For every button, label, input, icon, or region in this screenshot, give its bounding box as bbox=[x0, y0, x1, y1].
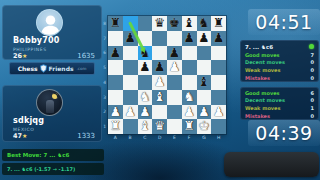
stat-value: 1 bbox=[311, 105, 314, 111]
square-b6[interactable] bbox=[123, 46, 138, 61]
best-move-banner: Best Move: 7 ... ♞c6 bbox=[2, 149, 104, 161]
square-e5[interactable]: ♟ bbox=[167, 60, 182, 75]
stat-row-good: Good moves7 bbox=[241, 51, 318, 59]
move-eval-banner: 7. ... ♞c6 (-1.57 → -1.17) bbox=[2, 163, 104, 175]
piece-white-pawn[interactable]: ♟ bbox=[139, 105, 150, 118]
file-labels: ABCDEFGH bbox=[108, 135, 226, 140]
person-icon bbox=[37, 10, 63, 36]
moon-icon bbox=[52, 93, 58, 99]
piece-black-pawn[interactable]: ♟ bbox=[139, 61, 150, 74]
logo-suffix: .com bbox=[77, 66, 87, 71]
stat-label: Decent moves bbox=[245, 59, 285, 65]
square-g1[interactable]: ♚ bbox=[197, 119, 212, 134]
square-h7[interactable]: ♟ bbox=[211, 31, 226, 46]
rank-labels: 87654321 bbox=[98, 16, 106, 134]
file-label-g: G bbox=[197, 135, 212, 140]
piece-black-knight[interactable]: ♞ bbox=[198, 17, 209, 30]
move-eval-text: 7. ... ♞c6 (-1.57 → -1.17) bbox=[7, 166, 75, 172]
rank-label-8: 8 bbox=[98, 16, 106, 31]
square-a6[interactable]: ♟ bbox=[108, 46, 123, 61]
square-e3[interactable] bbox=[167, 90, 182, 105]
stat-value: 0 bbox=[311, 113, 314, 119]
piece-black-pawn[interactable]: ♟ bbox=[198, 31, 209, 44]
bottom-right-banner bbox=[224, 152, 319, 177]
stat-value: 0 bbox=[311, 97, 314, 103]
avatar-bottom[interactable] bbox=[36, 89, 63, 116]
stat-row-decent: Decent moves0 bbox=[241, 59, 318, 67]
piece-white-bishop[interactable]: ♝ bbox=[139, 120, 150, 133]
stat-label: Good moves bbox=[245, 90, 280, 96]
stat-label: Good moves bbox=[245, 52, 280, 58]
rank-label-7: 7 bbox=[98, 31, 106, 46]
player-card-bottom[interactable]: sdkjqg MEXICO 47★ 1333 bbox=[2, 85, 102, 142]
square-g7[interactable]: ♟ bbox=[197, 31, 212, 46]
square-d1[interactable]: ♛ bbox=[152, 119, 167, 134]
file-label-d: D bbox=[152, 135, 167, 140]
stat-label: Weak moves bbox=[245, 67, 280, 73]
piece-black-pawn[interactable]: ♟ bbox=[110, 46, 121, 59]
brand-logo[interactable]: Chess Friends .com bbox=[9, 62, 95, 75]
square-a4[interactable] bbox=[108, 75, 123, 90]
rank-label-3: 3 bbox=[98, 90, 106, 105]
square-f6[interactable] bbox=[182, 46, 197, 61]
square-e1[interactable] bbox=[167, 119, 182, 134]
stat-label: Decent moves bbox=[245, 97, 285, 103]
stat-row-mistake: Mistakes0 bbox=[241, 112, 318, 120]
square-b7[interactable]: ♟ bbox=[123, 31, 138, 46]
file-label-b: B bbox=[123, 135, 138, 140]
stat-label: Mistakes bbox=[245, 75, 270, 81]
piece-black-pawn[interactable]: ♟ bbox=[125, 31, 136, 44]
piece-black-rook[interactable]: ♜ bbox=[110, 17, 121, 30]
piece-black-knight[interactable]: ♞ bbox=[139, 46, 150, 59]
piece-white-queen[interactable]: ♛ bbox=[154, 120, 165, 133]
stat-value: 7 bbox=[311, 52, 314, 58]
star-icon: ★ bbox=[22, 52, 27, 59]
piece-white-rook[interactable]: ♜ bbox=[110, 120, 121, 133]
piece-black-rook[interactable]: ♜ bbox=[213, 17, 224, 30]
piece-white-pawn[interactable]: ♟ bbox=[110, 105, 121, 118]
piece-white-pawn[interactable]: ♟ bbox=[125, 105, 136, 118]
player-card-top[interactable]: Bobby700 PHILIPPINES 26★ 1635 bbox=[2, 5, 102, 60]
rank-label-2: 2 bbox=[98, 105, 106, 120]
piece-white-pawn[interactable]: ♟ bbox=[198, 105, 209, 118]
square-d3[interactable]: ♝ bbox=[152, 90, 167, 105]
file-label-h: H bbox=[211, 135, 226, 140]
medal-count-bottom: 47★ bbox=[13, 132, 27, 140]
square-e2[interactable] bbox=[167, 105, 182, 120]
square-b4[interactable] bbox=[123, 75, 138, 90]
piece-white-knight[interactable]: ♞ bbox=[139, 90, 150, 103]
player-stats-bottom: 47★ 1333 bbox=[13, 132, 95, 140]
avatar-figure bbox=[46, 100, 54, 113]
square-h1[interactable] bbox=[211, 119, 226, 134]
piece-black-pawn[interactable]: ♟ bbox=[154, 61, 165, 74]
medal-count-top: 26★ bbox=[13, 52, 27, 60]
chess-board[interactable]: ♜♛♚♝♞♜♟♟♟♟♟♞♟♟♟♟♟♝♞♝♞♟♟♟♟♟♟♜♝♛♜♚ bbox=[108, 16, 226, 134]
square-d7[interactable] bbox=[152, 31, 167, 46]
piece-white-pawn[interactable]: ♟ bbox=[169, 61, 180, 74]
square-h5[interactable] bbox=[211, 60, 226, 75]
square-h4[interactable] bbox=[211, 75, 226, 90]
avatar-top[interactable] bbox=[36, 9, 63, 36]
piece-white-pawn[interactable]: ♟ bbox=[154, 76, 165, 89]
stat-row-good: Good moves6 bbox=[241, 89, 318, 97]
square-b5[interactable] bbox=[123, 60, 138, 75]
square-f5[interactable] bbox=[182, 60, 197, 75]
last-move-label: 7. ... ♞c6 bbox=[245, 44, 273, 50]
square-h2[interactable]: ♟ bbox=[211, 105, 226, 120]
piece-black-bishop[interactable]: ♝ bbox=[198, 76, 209, 89]
stat-value: 0 bbox=[311, 75, 314, 81]
stat-row-weak: Weak moves0 bbox=[241, 66, 318, 74]
square-g4[interactable]: ♝ bbox=[197, 75, 212, 90]
file-label-a: A bbox=[108, 135, 123, 140]
stat-row-weak: Weak moves1 bbox=[241, 104, 318, 112]
piece-black-bishop[interactable]: ♝ bbox=[184, 17, 195, 30]
analysis-panel-bottom: Good moves6Decent moves0Weak moves1Mista… bbox=[240, 87, 319, 120]
piece-black-pawn[interactable]: ♟ bbox=[169, 46, 180, 59]
file-label-e: E bbox=[167, 135, 182, 140]
piece-white-pawn[interactable]: ♟ bbox=[184, 105, 195, 118]
square-e8[interactable]: ♚ bbox=[167, 16, 182, 31]
square-a8[interactable]: ♜ bbox=[108, 16, 123, 31]
square-a1[interactable]: ♜ bbox=[108, 119, 123, 134]
rank-label-4: 4 bbox=[98, 75, 106, 90]
logo-text-left: Chess bbox=[18, 65, 38, 72]
clock-top: 04:51 bbox=[248, 9, 320, 35]
player-rating-bottom: 1333 bbox=[77, 132, 95, 140]
stat-label: Mistakes bbox=[245, 113, 270, 119]
last-move-header: 7. ... ♞c6 bbox=[241, 42, 318, 51]
rank-label-5: 5 bbox=[98, 60, 106, 75]
rank-label-1: 1 bbox=[98, 119, 106, 134]
stat-value: 0 bbox=[311, 59, 314, 65]
piece-black-king[interactable]: ♚ bbox=[169, 17, 180, 30]
piece-white-pawn[interactable]: ♟ bbox=[213, 105, 224, 118]
file-label-f: F bbox=[182, 135, 197, 140]
good-move-dot bbox=[309, 44, 314, 49]
square-c5[interactable]: ♟ bbox=[138, 60, 153, 75]
square-g6[interactable] bbox=[197, 46, 212, 61]
piece-black-pawn[interactable]: ♟ bbox=[213, 31, 224, 44]
square-a5[interactable] bbox=[108, 60, 123, 75]
best-move-text: Best Move: 7 ... ♞c6 bbox=[7, 152, 69, 158]
player-rating-top: 1635 bbox=[77, 52, 95, 60]
piece-white-knight[interactable]: ♞ bbox=[184, 90, 195, 103]
analysis-panel-top: 7. ... ♞c6 Good moves7Decent moves0Weak … bbox=[240, 40, 319, 82]
player-stats-top: 26★ 1635 bbox=[13, 52, 95, 60]
piece-white-rook[interactable]: ♜ bbox=[184, 120, 195, 133]
square-e4[interactable] bbox=[167, 75, 182, 90]
piece-white-bishop[interactable]: ♝ bbox=[154, 90, 165, 103]
piece-black-pawn[interactable]: ♟ bbox=[184, 31, 195, 44]
app-window: Bobby700 PHILIPPINES 26★ 1635 Chess Frie… bbox=[0, 0, 320, 180]
rank-label-6: 6 bbox=[98, 46, 106, 61]
square-b1[interactable] bbox=[123, 119, 138, 134]
square-h6[interactable] bbox=[211, 46, 226, 61]
stat-row-mistake: Mistakes0 bbox=[241, 74, 318, 82]
square-f7[interactable]: ♟ bbox=[182, 31, 197, 46]
clock-bottom: 04:39 bbox=[248, 120, 320, 146]
piece-white-king[interactable]: ♚ bbox=[198, 120, 209, 133]
player-name-bottom: sdkjqg bbox=[13, 116, 44, 125]
square-f1[interactable]: ♜ bbox=[182, 119, 197, 134]
square-b2[interactable]: ♟ bbox=[123, 105, 138, 120]
file-label-c: C bbox=[138, 135, 153, 140]
stat-value: 0 bbox=[311, 67, 314, 73]
stat-value: 6 bbox=[311, 90, 314, 96]
square-d8[interactable]: ♛ bbox=[152, 16, 167, 31]
stat-label: Weak moves bbox=[245, 105, 280, 111]
square-c8[interactable] bbox=[138, 16, 153, 31]
piece-black-queen[interactable]: ♛ bbox=[154, 17, 165, 30]
stat-row-decent: Decent moves0 bbox=[241, 97, 318, 105]
player-name-top: Bobby700 bbox=[13, 36, 60, 45]
logo-text-right: Friends bbox=[49, 65, 74, 72]
square-c1[interactable]: ♝ bbox=[138, 119, 153, 134]
star-icon: ★ bbox=[22, 132, 27, 139]
shield-icon bbox=[40, 64, 47, 73]
